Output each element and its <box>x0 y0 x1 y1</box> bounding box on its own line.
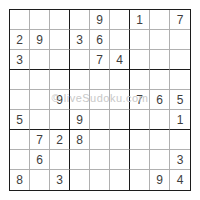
cell-r1-c1[interactable] <box>10 10 30 30</box>
cell-r1-c3[interactable] <box>50 10 70 30</box>
cell-r7-c1[interactable] <box>10 130 30 150</box>
cell-r5-c6[interactable] <box>110 90 130 110</box>
cell-r6-c3[interactable] <box>50 110 70 130</box>
cell-r2-c8[interactable] <box>150 30 170 50</box>
cell-r8-c1[interactable] <box>10 150 30 170</box>
cell-r8-c5[interactable] <box>90 150 110 170</box>
cell-r8-c6[interactable] <box>110 150 130 170</box>
cell-r4-c9[interactable] <box>170 70 190 90</box>
cell-r7-c3[interactable]: 2 <box>50 130 70 150</box>
cell-r2-c9[interactable] <box>170 30 190 50</box>
cell-r3-c5[interactable]: 7 <box>90 50 110 70</box>
cell-r3-c8[interactable] <box>150 50 170 70</box>
cell-r4-c4[interactable] <box>70 70 90 90</box>
cell-r5-c5[interactable] <box>90 90 110 110</box>
cell-r5-c8[interactable]: 6 <box>150 90 170 110</box>
cell-r2-c1[interactable]: 2 <box>10 30 30 50</box>
cell-r6-c5[interactable] <box>90 110 110 130</box>
cell-r2-c5[interactable]: 6 <box>90 30 110 50</box>
cell-r8-c2[interactable]: 6 <box>30 150 50 170</box>
cell-r9-c1[interactable]: 8 <box>10 170 30 190</box>
cell-r4-c5[interactable] <box>90 70 110 90</box>
cell-r2-c3[interactable] <box>50 30 70 50</box>
cell-r1-c8[interactable] <box>150 10 170 30</box>
cell-r3-c4[interactable] <box>70 50 90 70</box>
cell-r7-c6[interactable] <box>110 130 130 150</box>
cell-r4-c1[interactable] <box>10 70 30 90</box>
cell-r2-c7[interactable] <box>130 30 150 50</box>
cell-r6-c7[interactable] <box>130 110 150 130</box>
cell-r1-c5[interactable]: 9 <box>90 10 110 30</box>
cell-r1-c6[interactable] <box>110 10 130 30</box>
sudoku-board: 91729363749765591728638394 <box>9 9 191 191</box>
cell-r8-c3[interactable] <box>50 150 70 170</box>
cell-r3-c1[interactable]: 3 <box>10 50 30 70</box>
cell-r6-c1[interactable]: 5 <box>10 110 30 130</box>
cell-r7-c5[interactable] <box>90 130 110 150</box>
cell-r5-c4[interactable] <box>70 90 90 110</box>
cell-r6-c6[interactable] <box>110 110 130 130</box>
cell-r4-c7[interactable] <box>130 70 150 90</box>
cell-r4-c2[interactable] <box>30 70 50 90</box>
cell-r1-c7[interactable]: 1 <box>130 10 150 30</box>
cell-r3-c9[interactable] <box>170 50 190 70</box>
cell-r3-c7[interactable] <box>130 50 150 70</box>
cell-r9-c8[interactable]: 9 <box>150 170 170 190</box>
cell-r8-c7[interactable] <box>130 150 150 170</box>
cell-r5-c7[interactable]: 7 <box>130 90 150 110</box>
cell-r1-c9[interactable]: 7 <box>170 10 190 30</box>
cell-r6-c9[interactable]: 1 <box>170 110 190 130</box>
cell-r6-c2[interactable] <box>30 110 50 130</box>
cell-r7-c2[interactable]: 7 <box>30 130 50 150</box>
cell-r3-c3[interactable] <box>50 50 70 70</box>
cell-r9-c5[interactable] <box>90 170 110 190</box>
cell-r5-c3[interactable]: 9 <box>50 90 70 110</box>
cell-r3-c2[interactable] <box>30 50 50 70</box>
cell-r2-c6[interactable] <box>110 30 130 50</box>
cell-r9-c9[interactable]: 4 <box>170 170 190 190</box>
cell-r8-c9[interactable]: 3 <box>170 150 190 170</box>
cell-r7-c8[interactable] <box>150 130 170 150</box>
cell-r9-c4[interactable] <box>70 170 90 190</box>
cell-r7-c7[interactable] <box>130 130 150 150</box>
cell-r9-c6[interactable] <box>110 170 130 190</box>
cell-r1-c2[interactable] <box>30 10 50 30</box>
cell-r1-c4[interactable] <box>70 10 90 30</box>
cell-r2-c2[interactable]: 9 <box>30 30 50 50</box>
cell-r6-c4[interactable]: 9 <box>70 110 90 130</box>
cell-r5-c1[interactable] <box>10 90 30 110</box>
cell-r4-c3[interactable] <box>50 70 70 90</box>
cell-r5-c2[interactable] <box>30 90 50 110</box>
cell-r2-c4[interactable]: 3 <box>70 30 90 50</box>
cell-r9-c7[interactable] <box>130 170 150 190</box>
cell-r3-c6[interactable]: 4 <box>110 50 130 70</box>
cell-r6-c8[interactable] <box>150 110 170 130</box>
cell-r4-c6[interactable] <box>110 70 130 90</box>
cell-r4-c8[interactable] <box>150 70 170 90</box>
cell-r7-c4[interactable]: 8 <box>70 130 90 150</box>
cell-r9-c2[interactable] <box>30 170 50 190</box>
cell-r8-c4[interactable] <box>70 150 90 170</box>
cell-r8-c8[interactable] <box>150 150 170 170</box>
cell-r9-c3[interactable]: 3 <box>50 170 70 190</box>
cell-r5-c9[interactable]: 5 <box>170 90 190 110</box>
cell-r7-c9[interactable] <box>170 130 190 150</box>
